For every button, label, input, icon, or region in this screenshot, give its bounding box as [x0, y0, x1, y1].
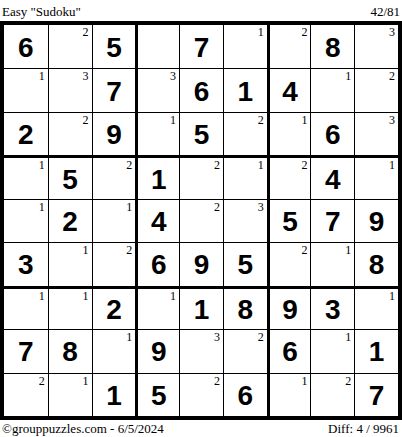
cell-counter: 42/81	[370, 4, 400, 20]
cell-r9c2[interactable]: 1	[48, 373, 92, 416]
cell-r2c5[interactable]: 6	[179, 68, 223, 111]
given-digit: 4	[151, 206, 167, 236]
cell-r3c3[interactable]: 9	[92, 112, 136, 155]
given-digit: 7	[369, 380, 385, 410]
given-digit: 6	[237, 380, 253, 410]
cell-r4c6[interactable]: 1	[223, 155, 267, 198]
cell-r9c8[interactable]: 2	[310, 373, 354, 416]
given-digit: 7	[18, 336, 34, 366]
corner-mark: 3	[170, 69, 176, 83]
corner-mark: 2	[214, 158, 220, 172]
cell-r2c2[interactable]: 3	[48, 68, 92, 111]
cell-r3c8[interactable]: 6	[310, 112, 354, 155]
cell-r3c7[interactable]: 1	[267, 112, 311, 155]
corner-mark: 3	[389, 113, 395, 127]
given-digit: 4	[325, 164, 341, 194]
cell-r1c8[interactable]: 8	[310, 25, 354, 68]
cell-r8c9[interactable]: 1	[354, 329, 398, 372]
corner-mark: 1	[39, 289, 45, 303]
given-digit: 6	[151, 249, 167, 279]
cell-r5c2[interactable]: 2	[48, 199, 92, 242]
corner-mark: 2	[83, 25, 89, 39]
cell-r4c7[interactable]: 2	[267, 155, 311, 198]
cell-r4c1[interactable]: 1	[4, 155, 48, 198]
given-digit: 5	[151, 380, 167, 410]
cell-r5c9[interactable]: 9	[354, 199, 398, 242]
cell-r4c3[interactable]: 2	[92, 155, 136, 198]
cell-r7c9[interactable]: 1	[354, 286, 398, 329]
footer: ©grouppuzzles.com - 6/5/2024 Diff: 4 / 9…	[0, 420, 402, 437]
corner-mark: 2	[126, 243, 132, 257]
corner-mark: 2	[389, 69, 395, 83]
given-digit: 2	[18, 119, 34, 149]
given-digit: 2	[62, 206, 78, 236]
given-digit: 5	[282, 206, 298, 236]
cell-r6c5[interactable]: 9	[179, 242, 223, 285]
cell-r8c6[interactable]: 2	[223, 329, 267, 372]
corner-mark: 1	[83, 374, 89, 388]
given-digit: 8	[325, 32, 341, 62]
corner-mark: 1	[126, 330, 132, 344]
cell-r1c9[interactable]: 3	[354, 25, 398, 68]
given-digit: 3	[325, 294, 341, 324]
cell-r4c9[interactable]: 1	[354, 155, 398, 198]
given-digit: 9	[369, 206, 385, 236]
cell-r3c9[interactable]: 3	[354, 112, 398, 155]
cell-r2c9[interactable]: 2	[354, 68, 398, 111]
cell-r4c8[interactable]: 4	[310, 155, 354, 198]
given-digit: 5	[106, 32, 122, 62]
corner-mark: 1	[301, 113, 307, 127]
cell-r8c5[interactable]: 3	[179, 329, 223, 372]
cell-r2c6[interactable]: 1	[223, 68, 267, 111]
cell-r7c4[interactable]: 1	[135, 286, 179, 329]
given-digit: 9	[194, 249, 210, 279]
cell-r7c1[interactable]: 1	[4, 286, 48, 329]
given-digit: 6	[325, 119, 341, 149]
given-digit: 5	[62, 164, 78, 194]
given-digit: 1	[151, 164, 167, 194]
cell-r1c2[interactable]: 2	[48, 25, 92, 68]
cell-r6c4[interactable]: 6	[135, 242, 179, 285]
cell-r7c2[interactable]: 1	[48, 286, 92, 329]
corner-mark: 1	[389, 289, 395, 303]
cell-r9c5[interactable]: 2	[179, 373, 223, 416]
given-digit: 8	[237, 294, 253, 324]
copyright-text: ©grouppuzzles.com - 6/5/2024	[2, 421, 164, 437]
given-digit: 9	[282, 294, 298, 324]
corner-mark: 1	[39, 69, 45, 83]
corner-mark: 1	[126, 200, 132, 214]
corner-mark: 1	[83, 289, 89, 303]
cell-r4c5[interactable]: 2	[179, 155, 223, 198]
given-digit: 8	[369, 249, 385, 279]
cell-r7c5[interactable]: 1	[179, 286, 223, 329]
cell-r2c4[interactable]: 3	[135, 68, 179, 111]
cell-r4c2[interactable]: 5	[48, 155, 92, 198]
cell-r2c3[interactable]: 7	[92, 68, 136, 111]
corner-mark: 3	[214, 330, 220, 344]
cell-r8c7[interactable]: 6	[267, 329, 311, 372]
cell-r3c4[interactable]: 1	[135, 112, 179, 155]
puzzle-title: Easy "Sudoku"	[2, 4, 81, 20]
given-digit: 6	[194, 76, 210, 106]
cell-r5c4[interactable]: 4	[135, 199, 179, 242]
given-digit: 3	[18, 249, 34, 279]
cell-r9c9[interactable]: 7	[354, 373, 398, 416]
cell-r6c9[interactable]: 8	[354, 242, 398, 285]
corner-mark: 1	[170, 113, 176, 127]
cell-r9c7[interactable]: 1	[267, 373, 311, 416]
cell-r1c5[interactable]: 7	[179, 25, 223, 68]
cell-r3c2[interactable]: 2	[48, 112, 92, 155]
cell-r9c6[interactable]: 6	[223, 373, 267, 416]
cell-r9c3[interactable]: 1	[92, 373, 136, 416]
header: Easy "Sudoku" 42/81	[0, 0, 402, 21]
corner-mark: 2	[258, 113, 264, 127]
cell-r6c7[interactable]: 2	[267, 242, 311, 285]
corner-mark: 1	[345, 243, 351, 257]
given-digit: 5	[194, 119, 210, 149]
given-digit: 8	[62, 336, 78, 366]
corner-mark: 2	[214, 200, 220, 214]
cell-r8c4[interactable]: 9	[135, 329, 179, 372]
given-digit: 7	[194, 32, 210, 62]
given-digit: 9	[106, 119, 122, 149]
corner-mark: 2	[301, 158, 307, 172]
sudoku-board: 6257128313736141222915216315212124112142…	[0, 21, 402, 420]
given-digit: 1	[194, 294, 210, 324]
given-digit: 9	[151, 336, 167, 366]
cell-r1c6[interactable]: 1	[223, 25, 267, 68]
cell-r3c6[interactable]: 2	[223, 112, 267, 155]
cell-r1c4[interactable]	[135, 25, 179, 68]
corner-mark: 1	[389, 158, 395, 172]
cell-r6c6[interactable]: 5	[223, 242, 267, 285]
cell-r5c6[interactable]: 3	[223, 199, 267, 242]
corner-mark: 3	[258, 200, 264, 214]
given-digit: 6	[18, 32, 34, 62]
corner-mark: 2	[83, 113, 89, 127]
cell-r5c7[interactable]: 5	[267, 199, 311, 242]
corner-mark: 2	[345, 374, 351, 388]
given-digit: 4	[282, 76, 298, 106]
given-digit: 5	[237, 249, 253, 279]
cell-r8c8[interactable]: 1	[310, 329, 354, 372]
corner-mark: 1	[258, 158, 264, 172]
corner-mark: 3	[389, 25, 395, 39]
cell-r6c8[interactable]: 1	[310, 242, 354, 285]
given-digit: 1	[237, 76, 253, 106]
cell-r1c7[interactable]: 2	[267, 25, 311, 68]
cell-r4c4[interactable]: 1	[135, 155, 179, 198]
corner-mark: 1	[301, 374, 307, 388]
cell-r8c3[interactable]: 1	[92, 329, 136, 372]
cell-r5c8[interactable]: 7	[310, 199, 354, 242]
difficulty-text: Diff: 4 / 9961	[328, 421, 399, 437]
corner-mark: 2	[258, 330, 264, 344]
cell-r8c1[interactable]: 7	[4, 329, 48, 372]
corner-mark: 1	[39, 158, 45, 172]
cell-r7c6[interactable]: 8	[223, 286, 267, 329]
cell-r2c1[interactable]: 1	[4, 68, 48, 111]
cell-r1c1[interactable]: 6	[4, 25, 48, 68]
cell-r5c3[interactable]: 1	[92, 199, 136, 242]
cell-r1c3[interactable]: 5	[92, 25, 136, 68]
cell-r9c1[interactable]: 2	[4, 373, 48, 416]
cell-r3c1[interactable]: 2	[4, 112, 48, 155]
corner-mark: 2	[301, 243, 307, 257]
given-digit: 7	[106, 76, 122, 106]
cell-r5c5[interactable]: 2	[179, 199, 223, 242]
cell-r7c8[interactable]: 3	[310, 286, 354, 329]
cell-r6c2[interactable]: 1	[48, 242, 92, 285]
corner-mark: 2	[126, 158, 132, 172]
corner-mark: 1	[345, 69, 351, 83]
corner-mark: 1	[258, 25, 264, 39]
cell-r2c7[interactable]: 4	[267, 68, 311, 111]
corner-mark: 2	[301, 25, 307, 39]
cell-r3c5[interactable]: 5	[179, 112, 223, 155]
corner-mark: 3	[83, 69, 89, 83]
corner-mark: 1	[170, 289, 176, 303]
given-digit: 7	[325, 206, 341, 236]
puzzle-page: Easy "Sudoku" 42/81 62571283137361412229…	[0, 0, 402, 437]
given-digit: 1	[369, 336, 385, 366]
corner-mark: 1	[345, 330, 351, 344]
given-digit: 6	[282, 336, 298, 366]
given-digit: 2	[106, 294, 122, 324]
corner-mark: 1	[39, 200, 45, 214]
cell-r9c4[interactable]: 5	[135, 373, 179, 416]
cell-r7c3[interactable]: 2	[92, 286, 136, 329]
corner-mark: 1	[83, 243, 89, 257]
given-digit: 1	[106, 380, 122, 410]
cell-r6c3[interactable]: 2	[92, 242, 136, 285]
cell-r8c2[interactable]: 8	[48, 329, 92, 372]
corner-mark: 2	[214, 374, 220, 388]
cell-r5c1[interactable]: 1	[4, 199, 48, 242]
corner-mark: 2	[39, 374, 45, 388]
cell-r7c7[interactable]: 9	[267, 286, 311, 329]
cell-r2c8[interactable]: 1	[310, 68, 354, 111]
cell-r6c1[interactable]: 3	[4, 242, 48, 285]
